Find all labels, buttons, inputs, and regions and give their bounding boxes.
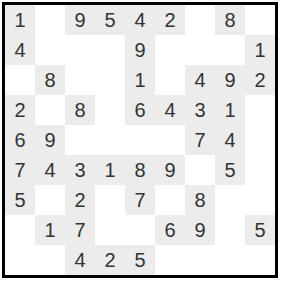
- cell-r9c9[interactable]: [245, 245, 275, 275]
- cell-r9c4[interactable]: 2: [95, 245, 126, 275]
- cell-r8c2[interactable]: 1: [35, 215, 66, 246]
- page: 1954284918149228643169747431895527817695…: [0, 0, 294, 293]
- cell-r1c6[interactable]: 2: [155, 5, 188, 36]
- cell-r1c5[interactable]: 4: [125, 5, 156, 36]
- cell-r2c8[interactable]: [215, 35, 246, 66]
- cell-r6c6[interactable]: 9: [155, 155, 188, 188]
- cell-r1c3[interactable]: 9: [65, 5, 98, 36]
- cell-r5c2[interactable]: 9: [35, 125, 66, 156]
- cell-r9c2[interactable]: [35, 245, 66, 275]
- cell-r2c9[interactable]: 1: [245, 35, 275, 66]
- cell-r5c3[interactable]: [65, 125, 98, 156]
- cell-r8c5[interactable]: [125, 215, 156, 246]
- cell-r6c7[interactable]: [185, 155, 216, 188]
- cell-r4c4[interactable]: [95, 95, 126, 126]
- cell-r1c7[interactable]: [185, 5, 216, 36]
- cell-r9c8[interactable]: [215, 245, 246, 275]
- cell-r6c5[interactable]: 8: [125, 155, 156, 188]
- cell-r9c3[interactable]: 4: [65, 245, 98, 275]
- cell-r8c1[interactable]: [5, 215, 36, 246]
- cell-r1c8[interactable]: 8: [215, 5, 246, 36]
- cell-r7c3[interactable]: 2: [65, 185, 98, 216]
- cell-r3c2[interactable]: 8: [35, 65, 66, 98]
- cell-r8c6[interactable]: 6: [155, 215, 188, 246]
- cell-r1c4[interactable]: 5: [95, 5, 126, 36]
- cell-r7c7[interactable]: 8: [185, 185, 216, 216]
- cell-r7c5[interactable]: 7: [125, 185, 156, 216]
- cell-r1c2[interactable]: [35, 5, 66, 36]
- cell-r2c3[interactable]: [65, 35, 98, 66]
- cell-r6c4[interactable]: 1: [95, 155, 126, 188]
- cell-r7c8[interactable]: [215, 185, 246, 216]
- cell-r4c9[interactable]: [245, 95, 275, 126]
- cell-r3c8[interactable]: 9: [215, 65, 246, 98]
- cell-r7c4[interactable]: [95, 185, 126, 216]
- cell-r5c9[interactable]: [245, 125, 275, 156]
- cell-r3c4[interactable]: [95, 65, 126, 98]
- cell-r5c1[interactable]: 6: [5, 125, 36, 156]
- cell-r3c9[interactable]: 2: [245, 65, 275, 98]
- cell-r4c7[interactable]: 3: [185, 95, 216, 126]
- cell-r3c5[interactable]: 1: [125, 65, 156, 98]
- cell-r1c1[interactable]: 1: [5, 5, 36, 36]
- cell-r8c9[interactable]: 5: [245, 215, 275, 246]
- cell-r7c9[interactable]: [245, 185, 275, 216]
- cell-r8c8[interactable]: [215, 215, 246, 246]
- cell-r8c7[interactable]: 9: [185, 215, 216, 246]
- cell-r2c1[interactable]: 4: [5, 35, 36, 66]
- cell-r3c3[interactable]: [65, 65, 98, 98]
- cell-r5c7[interactable]: 7: [185, 125, 216, 156]
- cell-r8c4[interactable]: [95, 215, 126, 246]
- cell-r5c5[interactable]: [125, 125, 156, 156]
- cell-r5c6[interactable]: [155, 125, 188, 156]
- cell-r6c8[interactable]: 5: [215, 155, 246, 188]
- cell-r1c9[interactable]: [245, 5, 275, 36]
- cell-r8c3[interactable]: 7: [65, 215, 98, 246]
- cell-r9c7[interactable]: [185, 245, 216, 275]
- cell-r9c1[interactable]: [5, 245, 36, 275]
- cell-r5c4[interactable]: [95, 125, 126, 156]
- cell-r2c5[interactable]: 9: [125, 35, 156, 66]
- cell-r9c6[interactable]: [155, 245, 188, 275]
- cell-r2c7[interactable]: [185, 35, 216, 66]
- cell-r4c3[interactable]: 8: [65, 95, 98, 126]
- cell-r7c6[interactable]: [155, 185, 188, 216]
- cell-r6c1[interactable]: 7: [5, 155, 36, 188]
- cell-r6c3[interactable]: 3: [65, 155, 98, 188]
- cell-r2c2[interactable]: [35, 35, 66, 66]
- cell-r7c1[interactable]: 5: [5, 185, 36, 216]
- cell-r3c7[interactable]: 4: [185, 65, 216, 98]
- cell-r5c8[interactable]: 4: [215, 125, 246, 156]
- cell-r3c1[interactable]: [5, 65, 36, 98]
- cell-r4c2[interactable]: [35, 95, 66, 126]
- cell-r2c6[interactable]: [155, 35, 188, 66]
- cell-r4c8[interactable]: 1: [215, 95, 246, 126]
- cell-r4c5[interactable]: 6: [125, 95, 156, 126]
- cell-r3c6[interactable]: [155, 65, 188, 98]
- cell-r4c6[interactable]: 4: [155, 95, 188, 126]
- cell-r6c9[interactable]: [245, 155, 275, 188]
- sudoku-board: 1954284918149228643169747431895527817695…: [2, 2, 278, 278]
- cell-r6c2[interactable]: 4: [35, 155, 66, 188]
- cell-r7c2[interactable]: [35, 185, 66, 216]
- cell-r9c5[interactable]: 5: [125, 245, 156, 275]
- cell-r4c1[interactable]: 2: [5, 95, 36, 126]
- cell-r2c4[interactable]: [95, 35, 126, 66]
